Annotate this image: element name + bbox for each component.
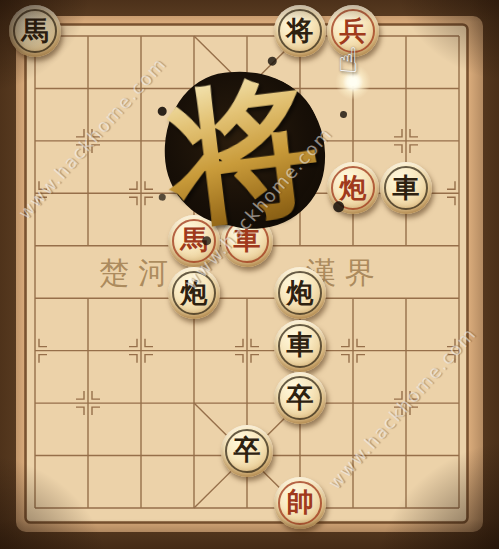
piece-char: 卒 — [234, 436, 261, 463]
piece-char: 車 — [393, 174, 420, 201]
black-cannon[interactable]: 炮 — [168, 267, 220, 319]
red-general[interactable]: 帥 — [274, 477, 326, 529]
black-cannon[interactable]: 炮 — [274, 267, 326, 319]
red-soldier[interactable]: 兵 — [168, 110, 220, 162]
piece-char: 兵 — [340, 17, 367, 44]
piece-char: 帥 — [287, 488, 314, 515]
black-soldier[interactable]: 卒 — [221, 425, 273, 477]
piece-char: 馬 — [181, 226, 208, 253]
piece-char: 炮 — [340, 174, 367, 201]
xiangqi-game-scene: 楚河 漢界 馬将兵兵炮車馬車炮炮車卒卒帥 将 ☝ www.hackhome.co… — [0, 0, 499, 549]
black-horse[interactable]: 馬 — [9, 5, 61, 57]
red-chariot[interactable]: 車 — [221, 215, 273, 267]
black-soldier[interactable]: 卒 — [274, 372, 326, 424]
piece-char: 兵 — [181, 121, 208, 148]
piece-char: 卒 — [287, 384, 314, 411]
piece-char: 炮 — [287, 279, 314, 306]
black-chariot[interactable]: 車 — [274, 320, 326, 372]
piece-char: 車 — [287, 331, 314, 358]
red-soldier[interactable]: 兵 — [327, 5, 379, 57]
black-general[interactable]: 将 — [274, 5, 326, 57]
red-cannon[interactable]: 炮 — [327, 162, 379, 214]
black-chariot[interactable]: 車 — [380, 162, 432, 214]
piece-char: 馬 — [22, 17, 49, 44]
piece-char: 将 — [287, 17, 314, 44]
red-horse[interactable]: 馬 — [168, 215, 220, 267]
piece-char: 炮 — [181, 279, 208, 306]
river-label-left: 楚河 — [99, 255, 177, 290]
piece-char: 車 — [234, 226, 261, 253]
